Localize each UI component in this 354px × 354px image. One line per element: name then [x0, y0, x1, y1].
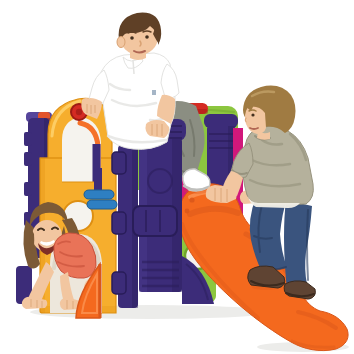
pillar-clamp-band: [133, 206, 177, 236]
blue-grip-upper: [84, 190, 114, 199]
boy1-ear: [117, 37, 125, 48]
product-photo: [0, 0, 354, 354]
playset-scene: [0, 0, 354, 354]
blue-grip-lower: [87, 200, 117, 209]
corner-post-clamps: [112, 152, 126, 294]
polo-crest: [152, 90, 156, 95]
